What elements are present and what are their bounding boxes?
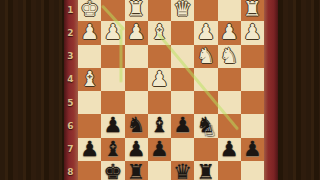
white-rook-a1[interactable]: ♜ xyxy=(243,0,262,21)
square-e5[interactable] xyxy=(148,91,171,114)
square-c6[interactable]: ♞ xyxy=(194,114,217,137)
square-a2[interactable]: ♟ xyxy=(241,21,264,44)
black-pawn-d6[interactable]: ♟ xyxy=(173,114,192,137)
white-pawn-h2[interactable]: ♟ xyxy=(80,21,99,44)
rank-label-7: 7 xyxy=(64,138,77,161)
square-h7[interactable]: ♟ xyxy=(78,138,101,161)
black-pawn-b7[interactable]: ♟ xyxy=(220,138,239,161)
square-f4[interactable] xyxy=(125,68,148,91)
square-e6[interactable]: ♝ xyxy=(148,114,171,137)
black-pawn-h7[interactable]: ♟ xyxy=(80,138,99,161)
square-d8[interactable]: ♛ xyxy=(171,161,194,180)
white-bishop-h4[interactable]: ♝ xyxy=(80,68,99,91)
square-b3[interactable]: ♞ xyxy=(218,45,241,68)
square-c3[interactable]: ♞ xyxy=(194,45,217,68)
square-d3[interactable] xyxy=(171,45,194,68)
white-pawn-b2[interactable]: ♟ xyxy=(220,21,239,44)
black-pawn-g6[interactable]: ♟ xyxy=(103,114,122,137)
square-f6[interactable]: ♞ xyxy=(125,114,148,137)
square-b7[interactable]: ♟ xyxy=(218,138,241,161)
square-g5[interactable] xyxy=(101,91,124,114)
black-rook-c8[interactable]: ♜ xyxy=(196,161,215,180)
square-e3[interactable] xyxy=(148,45,171,68)
square-b8[interactable] xyxy=(218,161,241,180)
square-d4[interactable] xyxy=(171,68,194,91)
rank-label-3: 3 xyxy=(64,45,77,68)
rank-label-4: 4 xyxy=(64,68,77,91)
square-g4[interactable] xyxy=(101,68,124,91)
black-bishop-e6[interactable]: ♝ xyxy=(150,114,169,137)
black-queen-d8[interactable]: ♛ xyxy=(173,161,192,180)
white-pawn-f2[interactable]: ♟ xyxy=(127,21,146,44)
square-c1[interactable] xyxy=(194,0,217,21)
black-pawn-a7[interactable]: ♟ xyxy=(243,138,262,161)
square-a4[interactable] xyxy=(241,68,264,91)
white-knight-c3[interactable]: ♞ xyxy=(196,45,215,68)
black-knight-c6[interactable]: ♞ xyxy=(196,114,215,137)
white-knight-b3[interactable]: ♞ xyxy=(220,45,239,68)
white-rook-f1[interactable]: ♜ xyxy=(127,0,146,21)
square-e1[interactable] xyxy=(148,0,171,21)
white-queen-d1[interactable]: ♛ xyxy=(173,0,192,21)
square-c2[interactable]: ♟ xyxy=(194,21,217,44)
square-a1[interactable]: ♜ xyxy=(241,0,264,21)
square-h1[interactable]: ♚ xyxy=(78,0,101,21)
square-h4[interactable]: ♝ xyxy=(78,68,101,91)
square-d2[interactable] xyxy=(171,21,194,44)
white-pawn-g2[interactable]: ♟ xyxy=(103,21,122,44)
square-g3[interactable] xyxy=(101,45,124,68)
square-d6[interactable]: ♟ xyxy=(171,114,194,137)
white-bishop-e2[interactable]: ♝ xyxy=(150,21,169,44)
square-b4[interactable] xyxy=(218,68,241,91)
white-pawn-a2[interactable]: ♟ xyxy=(243,21,262,44)
square-e4[interactable]: ♟ xyxy=(148,68,171,91)
white-king-h1[interactable]: ♚ xyxy=(80,0,99,21)
square-b6[interactable] xyxy=(218,114,241,137)
square-e8[interactable] xyxy=(148,161,171,180)
square-h3[interactable] xyxy=(78,45,101,68)
square-a3[interactable] xyxy=(241,45,264,68)
square-g2[interactable]: ♟ xyxy=(101,21,124,44)
square-b1[interactable] xyxy=(218,0,241,21)
square-g1[interactable] xyxy=(101,0,124,21)
square-d5[interactable] xyxy=(171,91,194,114)
square-g7[interactable]: ♝ xyxy=(101,138,124,161)
rank-label-2: 2 xyxy=(64,21,77,44)
board-left-border: 12345678 xyxy=(64,0,78,180)
black-bishop-g7[interactable]: ♝ xyxy=(103,138,122,161)
black-pawn-f7[interactable]: ♟ xyxy=(127,138,146,161)
square-a8[interactable] xyxy=(241,161,264,180)
square-b2[interactable]: ♟ xyxy=(218,21,241,44)
square-c4[interactable] xyxy=(194,68,217,91)
square-h6[interactable] xyxy=(78,114,101,137)
black-knight-f6[interactable]: ♞ xyxy=(127,114,146,137)
square-g6[interactable]: ♟ xyxy=(101,114,124,137)
rank-label-1: 1 xyxy=(64,0,77,21)
square-b5[interactable] xyxy=(218,91,241,114)
rank-label-5: 5 xyxy=(64,91,77,114)
square-c7[interactable] xyxy=(194,138,217,161)
white-pawn-c2[interactable]: ♟ xyxy=(196,21,215,44)
square-a6[interactable] xyxy=(241,114,264,137)
black-pawn-e7[interactable]: ♟ xyxy=(150,138,169,161)
black-king-g8[interactable]: ♚ xyxy=(103,161,122,180)
square-h5[interactable] xyxy=(78,91,101,114)
video-frame: 12345678 ♚♜♛♜♟♟♟♝♟♟♟♞♞♝♟♟♞♝♟♞♟♝♟♟♟♟♚♜♛♜ … xyxy=(0,0,320,180)
square-f3[interactable] xyxy=(125,45,148,68)
square-a7[interactable]: ♟ xyxy=(241,138,264,161)
square-f5[interactable] xyxy=(125,91,148,114)
square-c8[interactable]: ♜ xyxy=(194,161,217,180)
square-h2[interactable]: ♟ xyxy=(78,21,101,44)
square-d1[interactable]: ♛ xyxy=(171,0,194,21)
square-f8[interactable]: ♜ xyxy=(125,161,148,180)
white-pawn-e4[interactable]: ♟ xyxy=(150,68,169,91)
square-d7[interactable] xyxy=(171,138,194,161)
square-e7[interactable]: ♟ xyxy=(148,138,171,161)
square-h8[interactable] xyxy=(78,161,101,180)
rank-label-6: 6 xyxy=(64,114,77,137)
black-rook-f8[interactable]: ♜ xyxy=(127,161,146,180)
board-right-border xyxy=(264,0,278,180)
square-c5[interactable] xyxy=(194,91,217,114)
square-e2[interactable]: ♝ xyxy=(148,21,171,44)
square-g8[interactable]: ♚ xyxy=(101,161,124,180)
square-a5[interactable] xyxy=(241,91,264,114)
square-f7[interactable]: ♟ xyxy=(125,138,148,161)
chess-board: ♚♜♛♜♟♟♟♝♟♟♟♞♞♝♟♟♞♝♟♞♟♝♟♟♟♟♚♜♛♜ xyxy=(78,0,264,180)
square-f2[interactable]: ♟ xyxy=(125,21,148,44)
rank-label-8: 8 xyxy=(64,161,77,180)
square-f1[interactable]: ♜ xyxy=(125,0,148,21)
